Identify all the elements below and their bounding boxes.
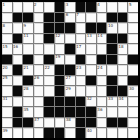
grid-cell[interactable] [23, 97, 33, 107]
grid-cell[interactable]: 32 [86, 97, 96, 107]
grid-cell[interactable]: 20 [2, 65, 12, 75]
grid-cell[interactable] [128, 97, 138, 107]
grid-cell[interactable]: 24 [97, 65, 107, 75]
grid-cell[interactable]: 34 [118, 97, 128, 107]
clue-number: 4 [97, 2, 100, 7]
clue-number: 21 [24, 65, 29, 70]
block-cell [107, 86, 117, 96]
block-cell [55, 107, 65, 117]
block-cell [44, 128, 54, 138]
clue-number: 31 [3, 96, 8, 101]
grid-cell[interactable] [97, 86, 107, 96]
block-cell [55, 76, 65, 86]
grid-cell[interactable] [86, 13, 96, 23]
grid-cell[interactable] [97, 44, 107, 54]
clue-number: 16 [13, 44, 18, 49]
grid-cell[interactable] [118, 76, 128, 86]
block-cell [55, 86, 65, 96]
grid-cell[interactable]: 7 [76, 13, 86, 23]
grid-cell[interactable]: 16 [13, 44, 23, 54]
grid-cell[interactable] [44, 44, 54, 54]
block-cell [76, 55, 86, 65]
clue-number: 35 [24, 107, 29, 112]
grid-cell[interactable] [2, 86, 12, 96]
clue-number: 8 [3, 23, 6, 28]
grid-cell[interactable] [34, 44, 44, 54]
grid-cell[interactable] [13, 128, 23, 138]
grid-cell[interactable] [107, 2, 117, 12]
grid-cell[interactable] [2, 107, 12, 117]
block-cell [13, 107, 23, 117]
clue-number: 18 [118, 44, 123, 49]
block-cell [44, 23, 54, 33]
grid-cell[interactable]: 9 [23, 23, 33, 33]
grid-cell[interactable]: 31 [2, 97, 12, 107]
clue-number: 33 [108, 96, 113, 101]
grid-cell[interactable]: 38 [65, 118, 75, 128]
grid-cell[interactable] [118, 65, 128, 75]
clue-number: 36 [97, 107, 102, 112]
clue-number: 17 [76, 44, 81, 49]
block-cell [44, 107, 54, 117]
block-cell [55, 128, 65, 138]
grid-cell[interactable]: 37 [34, 118, 44, 128]
grid-cell[interactable] [13, 23, 23, 33]
block-cell [118, 118, 128, 128]
block-cell [44, 13, 54, 23]
clue-number: 32 [87, 96, 92, 101]
grid-cell[interactable] [107, 65, 117, 75]
grid-cell[interactable] [55, 118, 65, 128]
grid-cell[interactable] [76, 34, 86, 44]
block-cell [55, 97, 65, 107]
grid-cell[interactable] [34, 128, 44, 138]
block-cell [107, 55, 117, 65]
block-cell [118, 13, 128, 23]
grid-cell[interactable] [34, 55, 44, 65]
grid-cell[interactable]: 35 [23, 107, 33, 117]
block-cell [2, 55, 12, 65]
block-cell [118, 34, 128, 44]
block-cell [65, 23, 75, 33]
grid-cell[interactable] [34, 65, 44, 75]
grid-cell[interactable]: 5 [128, 2, 138, 12]
grid-cell[interactable]: 18 [118, 44, 128, 54]
block-cell [23, 55, 33, 65]
grid-cell[interactable]: 39 [2, 128, 12, 138]
block-cell [107, 76, 117, 86]
grid-cell[interactable]: 11 [23, 34, 33, 44]
clue-number: 10 [108, 23, 113, 28]
grid-cell[interactable]: 29 [65, 86, 75, 96]
block-cell [23, 13, 33, 23]
clue-number: 15 [3, 44, 8, 49]
grid-cell[interactable] [23, 2, 33, 12]
block-cell [107, 13, 117, 23]
block-cell [76, 118, 86, 128]
block-cell [55, 23, 65, 33]
grid-cell[interactable] [97, 118, 107, 128]
clue-number: 9 [24, 23, 27, 28]
block-cell [97, 23, 107, 33]
grid-cell[interactable]: 26 [34, 76, 44, 86]
grid-cell[interactable] [2, 118, 12, 128]
grid-cell[interactable] [86, 65, 96, 75]
grid-cell[interactable]: 8 [2, 23, 12, 33]
grid-cell[interactable] [86, 44, 96, 54]
grid-cell[interactable]: 33 [107, 97, 117, 107]
block-cell [13, 34, 23, 44]
grid-cell[interactable]: 22 [44, 65, 54, 75]
block-cell [44, 55, 54, 65]
grid-cell[interactable] [107, 128, 117, 138]
block-cell [86, 76, 96, 86]
clue-number: 5 [129, 2, 132, 7]
clue-number: 19 [55, 54, 60, 59]
clue-number: 27 [66, 75, 71, 80]
grid-cell[interactable] [65, 128, 75, 138]
block-cell [44, 97, 54, 107]
clue-number: 38 [66, 117, 71, 122]
block-cell [86, 107, 96, 117]
grid-cell[interactable] [97, 128, 107, 138]
clue-number: 7 [76, 12, 79, 17]
grid-cell[interactable] [118, 128, 128, 138]
grid-cell[interactable]: 4 [97, 2, 107, 12]
grid-cell[interactable] [118, 107, 128, 117]
grid-cell[interactable] [55, 44, 65, 54]
grid-cell[interactable] [128, 44, 138, 54]
block-cell [128, 76, 138, 86]
grid-cell[interactable]: 25 [2, 76, 12, 86]
clue-number: 29 [66, 86, 71, 91]
grid-cell[interactable]: 15 [2, 44, 12, 54]
clue-number: 6 [66, 12, 69, 17]
clue-number: 24 [97, 65, 102, 70]
block-cell [76, 128, 86, 138]
clue-number: 37 [34, 117, 39, 122]
block-cell [107, 44, 117, 54]
grid-cell[interactable] [23, 44, 33, 54]
grid-cell[interactable] [34, 34, 44, 44]
clue-number: 26 [34, 75, 39, 80]
grid-cell[interactable] [128, 128, 138, 138]
clue-number: 39 [3, 128, 8, 133]
grid-cell[interactable]: 21 [23, 65, 33, 75]
clue-number: 25 [3, 75, 8, 80]
clue-number: 20 [3, 65, 8, 70]
grid-cell[interactable] [34, 107, 44, 117]
grid-cell[interactable]: 17 [76, 44, 86, 54]
grid-cell[interactable] [76, 86, 86, 96]
block-cell [23, 118, 33, 128]
grid-cell[interactable] [13, 76, 23, 86]
grid-cell[interactable] [97, 13, 107, 23]
grid-cell[interactable] [76, 76, 86, 86]
grid-cell[interactable] [128, 23, 138, 33]
block-cell [118, 86, 128, 96]
block-cell [23, 76, 33, 86]
grid-cell[interactable] [44, 76, 54, 86]
crossword-grid: 1234567891011121314151617181920212223242… [0, 0, 140, 140]
clue-number: 14 [97, 33, 102, 38]
grid-cell[interactable] [128, 34, 138, 44]
grid-cell[interactable] [65, 55, 75, 65]
block-cell [107, 118, 117, 128]
clue-number: 1 [3, 2, 6, 7]
grid-cell[interactable] [97, 76, 107, 86]
grid-cell[interactable]: 36 [97, 107, 107, 117]
grid-cell[interactable]: 13 [86, 34, 96, 44]
grid-cell[interactable] [13, 2, 23, 12]
grid-cell[interactable] [44, 2, 54, 12]
grid-cell[interactable] [34, 23, 44, 33]
block-cell [55, 13, 65, 23]
grid-cell[interactable]: 3 [65, 2, 75, 12]
clue-number: 22 [45, 65, 50, 70]
grid-cell[interactable]: 40 [86, 128, 96, 138]
grid-cell[interactable]: 19 [55, 55, 65, 65]
grid-cell[interactable] [86, 55, 96, 65]
grid-cell[interactable] [34, 97, 44, 107]
block-cell [55, 65, 65, 75]
grid-cell[interactable]: 10 [107, 23, 117, 33]
grid-cell[interactable]: 6 [65, 13, 75, 23]
grid-cell[interactable] [13, 55, 23, 65]
grid-cell[interactable] [34, 86, 44, 96]
grid-cell[interactable] [86, 86, 96, 96]
block-cell [44, 34, 54, 44]
block-cell [76, 97, 86, 107]
grid-cell[interactable] [2, 34, 12, 44]
grid-cell[interactable]: 28 [23, 86, 33, 96]
block-cell [55, 2, 65, 12]
clue-number: 28 [24, 86, 29, 91]
block-cell [76, 107, 86, 117]
grid-cell[interactable] [97, 97, 107, 107]
grid-cell[interactable] [128, 118, 138, 128]
block-cell [13, 13, 23, 23]
grid-cell[interactable] [128, 65, 138, 75]
grid-cell[interactable] [118, 2, 128, 12]
grid-cell[interactable] [118, 23, 128, 33]
clue-number: 2 [34, 2, 37, 7]
block-cell [65, 97, 75, 107]
clue-number: 40 [87, 128, 92, 133]
grid-cell[interactable]: 2 [34, 2, 44, 12]
block-cell [65, 44, 75, 54]
grid-cell[interactable]: 14 [97, 34, 107, 44]
block-cell [65, 65, 75, 75]
grid-cell[interactable]: 1 [2, 2, 12, 12]
grid-cell[interactable]: 12 [55, 34, 65, 44]
grid-cell[interactable] [13, 97, 23, 107]
block-cell [65, 107, 75, 117]
grid-cell[interactable]: 30 [128, 86, 138, 96]
grid-cell[interactable] [76, 23, 86, 33]
grid-cell[interactable] [2, 13, 12, 23]
grid-cell[interactable] [44, 118, 54, 128]
block-cell [13, 118, 23, 128]
clue-number: 34 [118, 96, 123, 101]
block-cell [86, 23, 96, 33]
block-cell [13, 86, 23, 96]
clue-number: 12 [55, 33, 60, 38]
clue-number: 13 [87, 33, 92, 38]
clue-number: 3 [66, 2, 69, 7]
block-cell [86, 118, 96, 128]
clue-number: 11 [24, 33, 29, 38]
grid-cell[interactable]: 23 [76, 65, 86, 75]
block-cell [97, 55, 107, 65]
block-cell [128, 55, 138, 65]
grid-cell[interactable] [23, 128, 33, 138]
grid-cell[interactable] [34, 13, 44, 23]
grid-cell[interactable] [128, 107, 138, 117]
block-cell [76, 2, 86, 12]
grid-cell[interactable] [107, 107, 117, 117]
grid-cell[interactable] [118, 55, 128, 65]
block-cell [13, 65, 23, 75]
clue-number: 30 [129, 86, 134, 91]
grid-cell[interactable]: 27 [65, 76, 75, 86]
grid-cell[interactable] [65, 34, 75, 44]
grid-cell[interactable] [128, 13, 138, 23]
block-cell [86, 2, 96, 12]
clue-number: 23 [76, 65, 81, 70]
block-cell [107, 34, 117, 44]
grid-cell[interactable] [44, 86, 54, 96]
